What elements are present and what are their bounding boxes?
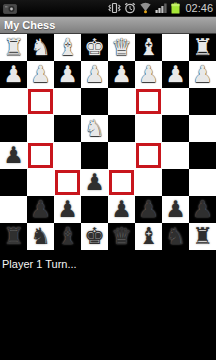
white-pawn: ♟ xyxy=(54,61,81,87)
white-pawn: ♟ xyxy=(0,61,27,87)
square-c5[interactable] xyxy=(54,115,81,142)
status-clock: 02:46 xyxy=(185,2,213,14)
square-h7[interactable]: ♟ xyxy=(189,61,216,88)
square-a4[interactable]: ♟ xyxy=(0,142,27,169)
square-c2[interactable]: ♟ xyxy=(54,196,81,223)
square-f6[interactable] xyxy=(135,88,162,115)
white-rook: ♜ xyxy=(0,34,27,60)
square-d8[interactable]: ♚ xyxy=(81,34,108,61)
square-b1[interactable]: ♞ xyxy=(27,223,54,250)
square-h6[interactable] xyxy=(189,88,216,115)
square-b5[interactable] xyxy=(27,115,54,142)
black-knight: ♞ xyxy=(27,223,54,249)
square-e4[interactable] xyxy=(108,142,135,169)
square-d2[interactable] xyxy=(81,196,108,223)
black-knight: ♞ xyxy=(162,223,189,249)
square-g7[interactable]: ♟ xyxy=(162,61,189,88)
battery-icon xyxy=(171,2,180,14)
square-a5[interactable] xyxy=(0,115,27,142)
signal-icon xyxy=(155,2,168,14)
white-pawn: ♟ xyxy=(162,61,189,87)
wifi-icon xyxy=(139,2,152,14)
square-a1[interactable]: ♜ xyxy=(0,223,27,250)
chess-board: ♜♞♝♚♛♝♜♟♟♟♟♟♟♟♟♞♟♟♟♟♟♟♟♟♜♞♝♚♛♝♞♜ xyxy=(0,34,216,250)
square-f5[interactable] xyxy=(135,115,162,142)
square-d7[interactable]: ♟ xyxy=(81,61,108,88)
square-h3[interactable] xyxy=(189,169,216,196)
black-pawn: ♟ xyxy=(27,196,54,222)
square-g1[interactable]: ♞ xyxy=(162,223,189,250)
black-pawn: ♟ xyxy=(81,169,108,195)
black-queen: ♛ xyxy=(108,223,135,249)
black-rook: ♜ xyxy=(0,223,27,249)
square-c4[interactable] xyxy=(54,142,81,169)
square-b7[interactable]: ♟ xyxy=(27,61,54,88)
square-b4[interactable] xyxy=(27,142,54,169)
square-g3[interactable] xyxy=(162,169,189,196)
black-pawn: ♟ xyxy=(0,142,27,168)
white-pawn: ♟ xyxy=(108,61,135,87)
black-pawn: ♟ xyxy=(135,196,162,222)
square-g4[interactable] xyxy=(162,142,189,169)
square-d3[interactable]: ♟ xyxy=(81,169,108,196)
turn-indicator: Player 1 Turn... xyxy=(2,258,77,270)
square-c7[interactable]: ♟ xyxy=(54,61,81,88)
white-queen: ♛ xyxy=(108,34,135,60)
title-bar: My Chess xyxy=(0,17,216,34)
black-pawn: ♟ xyxy=(54,196,81,222)
square-g2[interactable]: ♟ xyxy=(162,196,189,223)
square-a3[interactable] xyxy=(0,169,27,196)
square-a7[interactable]: ♟ xyxy=(0,61,27,88)
square-a2[interactable] xyxy=(0,196,27,223)
footer: Player 1 Turn... xyxy=(0,250,216,272)
square-e6[interactable] xyxy=(108,88,135,115)
black-rook: ♜ xyxy=(189,223,216,249)
square-a6[interactable] xyxy=(0,88,27,115)
square-b2[interactable]: ♟ xyxy=(27,196,54,223)
square-g6[interactable] xyxy=(162,88,189,115)
white-pawn: ♟ xyxy=(27,61,54,87)
square-e1[interactable]: ♛ xyxy=(108,223,135,250)
white-bishop: ♝ xyxy=(135,34,162,60)
square-h2[interactable]: ♟ xyxy=(189,196,216,223)
white-pawn: ♟ xyxy=(81,61,108,87)
black-pawn: ♟ xyxy=(162,196,189,222)
white-knight: ♞ xyxy=(27,34,54,60)
square-f1[interactable]: ♝ xyxy=(135,223,162,250)
square-h8[interactable]: ♜ xyxy=(189,34,216,61)
square-h5[interactable] xyxy=(189,115,216,142)
square-f4[interactable] xyxy=(135,142,162,169)
square-e8[interactable]: ♛ xyxy=(108,34,135,61)
square-f3[interactable] xyxy=(135,169,162,196)
square-b3[interactable] xyxy=(27,169,54,196)
white-bishop: ♝ xyxy=(54,34,81,60)
square-b8[interactable]: ♞ xyxy=(27,34,54,61)
alarm-icon xyxy=(124,2,136,14)
black-pawn: ♟ xyxy=(108,196,135,222)
square-e2[interactable]: ♟ xyxy=(108,196,135,223)
camera-icon xyxy=(3,3,17,14)
square-c6[interactable] xyxy=(54,88,81,115)
square-d6[interactable] xyxy=(81,88,108,115)
square-d1[interactable]: ♚ xyxy=(81,223,108,250)
status-bar: 02:46 xyxy=(0,0,216,17)
white-pawn: ♟ xyxy=(135,61,162,87)
square-d5[interactable]: ♞ xyxy=(81,115,108,142)
black-king: ♚ xyxy=(81,223,108,249)
square-f7[interactable]: ♟ xyxy=(135,61,162,88)
square-h4[interactable] xyxy=(189,142,216,169)
black-bishop: ♝ xyxy=(54,223,81,249)
square-c8[interactable]: ♝ xyxy=(54,34,81,61)
square-f8[interactable]: ♝ xyxy=(135,34,162,61)
square-g8[interactable] xyxy=(162,34,189,61)
square-e7[interactable]: ♟ xyxy=(108,61,135,88)
square-h1[interactable]: ♜ xyxy=(189,223,216,250)
square-d4[interactable] xyxy=(81,142,108,169)
white-rook: ♜ xyxy=(189,34,216,60)
black-pawn: ♟ xyxy=(189,196,216,222)
square-c1[interactable]: ♝ xyxy=(54,223,81,250)
square-e3[interactable] xyxy=(108,169,135,196)
square-b6[interactable] xyxy=(27,88,54,115)
square-c3[interactable] xyxy=(54,169,81,196)
square-a8[interactable]: ♜ xyxy=(0,34,27,61)
black-bishop: ♝ xyxy=(135,223,162,249)
square-g5[interactable] xyxy=(162,115,189,142)
white-king: ♚ xyxy=(81,34,108,60)
white-pawn: ♟ xyxy=(189,61,216,87)
square-e5[interactable] xyxy=(108,115,135,142)
square-f2[interactable]: ♟ xyxy=(135,196,162,223)
app-title: My Chess xyxy=(0,19,55,31)
vibrate-icon xyxy=(108,2,121,14)
white-knight: ♞ xyxy=(81,115,108,141)
